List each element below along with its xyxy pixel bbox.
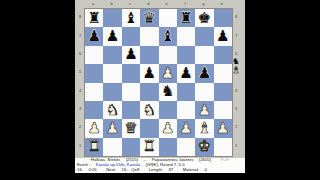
square-b2[interactable]: ♟	[103, 119, 121, 137]
square-e5[interactable]: ♟	[159, 64, 177, 82]
rank-labels-right: 87654321	[233, 8, 239, 155]
square-a8[interactable]: ♜	[85, 9, 103, 27]
black-pawn: ♟	[216, 29, 229, 44]
white-pawn: ♟	[216, 120, 229, 135]
square-c4[interactable]	[122, 83, 140, 101]
square-a3[interactable]	[85, 101, 103, 119]
captured-pieces-tray: ♞ ♝	[230, 57, 242, 75]
square-h2[interactable]: ♟	[214, 119, 232, 137]
square-g4[interactable]	[195, 83, 213, 101]
square-a5[interactable]	[85, 64, 103, 82]
square-h1[interactable]	[214, 138, 232, 156]
black-rook: ♜	[179, 10, 192, 25]
square-b8[interactable]	[103, 9, 121, 27]
square-e2[interactable]: ♟	[159, 119, 177, 137]
square-c1[interactable]	[122, 138, 140, 156]
white-knight: ♞	[143, 102, 156, 117]
square-b5[interactable]	[103, 64, 121, 82]
white-pawn: ♟	[179, 120, 192, 135]
black-king: ♚	[198, 10, 211, 25]
rank-label-2: 2	[77, 118, 83, 136]
rank-label-4: 4	[77, 82, 83, 100]
game-info-panel: Halkias, Stelios (2515) -- Papaioannou, …	[75, 158, 245, 173]
move-number: 16.	[77, 167, 83, 172]
square-a6[interactable]	[85, 46, 103, 64]
square-a1[interactable]: ♜	[85, 138, 103, 156]
file-label-f: f	[176, 1, 194, 7]
square-g8[interactable]: ♚	[195, 9, 213, 27]
black-bishop: ♝	[124, 10, 137, 25]
file-label-b: b	[102, 1, 120, 7]
square-g6[interactable]	[195, 46, 213, 64]
black-queen: ♛	[143, 10, 156, 25]
rank-labels-left: 87654321	[77, 8, 83, 155]
white-pawn: ♟	[161, 120, 174, 135]
square-g5[interactable]: ♟	[195, 64, 213, 82]
square-f3[interactable]	[177, 101, 195, 119]
white-knight: ♞	[106, 102, 119, 117]
rank-label-4: 4	[233, 82, 239, 100]
square-g7[interactable]	[195, 27, 213, 45]
square-b3[interactable]: ♞	[103, 101, 121, 119]
material-label: Material:	[183, 167, 199, 172]
game-result: ½-½	[221, 157, 230, 162]
material-value: 0	[205, 167, 207, 172]
square-b6[interactable]	[103, 46, 121, 64]
square-h3[interactable]	[214, 101, 232, 119]
black-player-elo: (2605)	[199, 157, 211, 162]
file-label-c: c	[121, 1, 139, 7]
square-a4[interactable]	[85, 83, 103, 101]
rank-label-1: 1	[233, 137, 239, 155]
square-d6[interactable]	[140, 46, 158, 64]
square-f4[interactable]	[177, 83, 195, 101]
square-b1[interactable]	[103, 138, 121, 156]
square-d4[interactable]	[140, 83, 158, 101]
square-e3[interactable]	[159, 101, 177, 119]
rank-label-7: 7	[77, 26, 83, 44]
rank-label-8: 8	[77, 8, 83, 26]
black-pawn: ♟	[143, 65, 156, 80]
file-label-e: e	[158, 1, 176, 7]
square-h4[interactable]	[214, 83, 232, 101]
black-rook: ♜	[87, 10, 100, 25]
length-label: Length:	[149, 167, 163, 172]
square-b7[interactable]: ♟	[103, 27, 121, 45]
square-f7[interactable]	[177, 27, 195, 45]
square-g1[interactable]: ♚	[195, 138, 213, 156]
square-d3[interactable]: ♞	[140, 101, 158, 119]
white-rook: ♜	[143, 139, 156, 154]
black-pawn: ♟	[198, 65, 211, 80]
next-move: 16... Qe8	[122, 167, 140, 172]
black-bishop: ♝	[161, 29, 174, 44]
square-c5[interactable]	[122, 64, 140, 82]
white-king: ♚	[198, 139, 211, 154]
square-e1[interactable]	[159, 138, 177, 156]
rank-label-3: 3	[77, 100, 83, 118]
square-f8[interactable]: ♜	[177, 9, 195, 27]
file-label-d: d	[139, 1, 157, 7]
square-c2[interactable]: ♛	[122, 119, 140, 137]
clock-value: 0:05	[88, 167, 96, 172]
square-g3[interactable]: ♟	[195, 101, 213, 119]
rank-label-2: 2	[233, 118, 239, 136]
white-pawn: ♟	[87, 120, 100, 135]
chess-board: ♜♝♛♜♚♟♟♝♟♟♟♟♟♟♞♞♞♟♟♟♛♟♟♝♟♜♜♚	[84, 8, 233, 157]
square-d7[interactable]	[140, 27, 158, 45]
black-pawn: ♟	[106, 29, 119, 44]
black-pawn: ♟	[124, 47, 137, 62]
file-label-h: h	[213, 1, 231, 7]
square-f2[interactable]: ♟	[177, 119, 195, 137]
status-line: 16. 0:05 Next: 16... Qe8 Length: 37 Mate…	[75, 168, 245, 173]
square-d8[interactable]: ♛	[140, 9, 158, 27]
rank-label-6: 6	[77, 45, 83, 63]
captured-white-bishop-icon: ♝	[232, 66, 240, 75]
square-c6[interactable]: ♟	[122, 46, 140, 64]
file-label-a: a	[84, 1, 102, 7]
square-h8[interactable]	[214, 9, 232, 27]
white-rook: ♜	[87, 139, 100, 154]
rank-label-1: 1	[77, 137, 83, 155]
video-frame: abcdefgh 87654321 87654321 abcdefgh ♜♝♛♜…	[0, 0, 320, 180]
square-d2[interactable]	[140, 119, 158, 137]
square-g2[interactable]: ♝	[195, 119, 213, 137]
black-pawn: ♟	[179, 65, 192, 80]
square-a7[interactable]: ♟	[85, 27, 103, 45]
white-pawn: ♟	[106, 120, 119, 135]
black-pawn: ♟	[87, 29, 100, 44]
square-e8[interactable]	[159, 9, 177, 27]
square-c3[interactable]	[122, 101, 140, 119]
square-c7[interactable]	[122, 27, 140, 45]
black-knight: ♞	[161, 84, 174, 99]
white-queen: ♛	[124, 120, 137, 135]
rank-label-7: 7	[233, 26, 239, 44]
rank-label-3: 3	[233, 100, 239, 118]
chess-gui-panel: abcdefgh 87654321 87654321 abcdefgh ♜♝♛♜…	[75, 0, 245, 158]
file-label-g: g	[194, 1, 212, 7]
next-label: Next:	[106, 167, 116, 172]
white-pawn: ♟	[198, 102, 211, 117]
square-d5[interactable]: ♟	[140, 64, 158, 82]
square-f6[interactable]	[177, 46, 195, 64]
white-bishop: ♝	[198, 120, 211, 135]
white-pawn: ♟	[161, 65, 174, 80]
square-f1[interactable]	[177, 138, 195, 156]
square-e7[interactable]: ♝	[159, 27, 177, 45]
rank-label-8: 8	[233, 8, 239, 26]
square-b4[interactable]	[103, 83, 121, 101]
length-value: 37	[168, 167, 173, 172]
square-d1[interactable]: ♜	[140, 138, 158, 156]
square-c8[interactable]: ♝	[122, 9, 140, 27]
square-e4[interactable]: ♞	[159, 83, 177, 101]
rank-label-5: 5	[77, 63, 83, 81]
square-f5[interactable]: ♟	[177, 64, 195, 82]
square-e6[interactable]	[159, 46, 177, 64]
square-h7[interactable]: ♟	[214, 27, 232, 45]
file-labels-top: abcdefgh	[84, 1, 231, 7]
square-a2[interactable]: ♟	[85, 119, 103, 137]
